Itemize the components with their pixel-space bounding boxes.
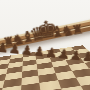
chess-set-photo: ♜♞♝♛♚♝♞♜ ♟♟♟♟♟♟♟♟: [0, 0, 90, 90]
